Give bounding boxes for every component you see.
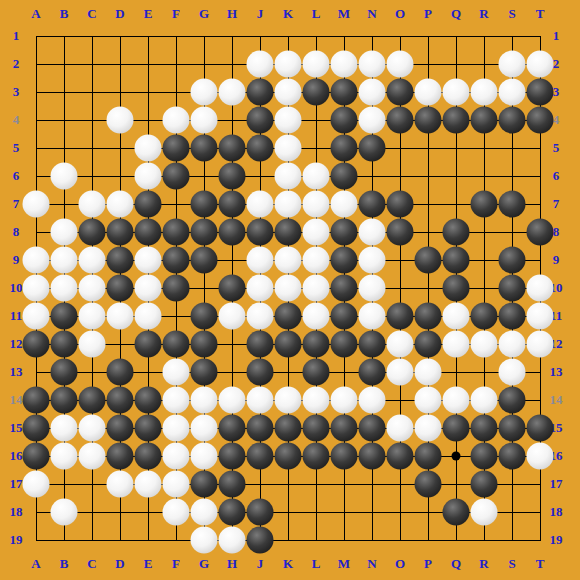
black-stone-J5[interactable] bbox=[247, 135, 274, 162]
empty-point-D18[interactable] bbox=[107, 499, 134, 526]
white-stone-S3[interactable] bbox=[499, 79, 526, 106]
empty-point-E1[interactable] bbox=[135, 23, 162, 50]
black-stone-J15[interactable] bbox=[247, 415, 274, 442]
black-stone-M11[interactable] bbox=[331, 303, 358, 330]
empty-point-M18[interactable] bbox=[331, 499, 358, 526]
empty-point-E19[interactable] bbox=[135, 527, 162, 554]
white-stone-S2[interactable] bbox=[499, 51, 526, 78]
black-stone-N5[interactable] bbox=[359, 135, 386, 162]
black-stone-R15[interactable] bbox=[471, 415, 498, 442]
black-stone-Q4[interactable] bbox=[443, 107, 470, 134]
white-stone-Q12[interactable] bbox=[443, 331, 470, 358]
black-stone-D10[interactable] bbox=[107, 275, 134, 302]
empty-point-N19[interactable] bbox=[359, 527, 386, 554]
black-stone-E15[interactable] bbox=[135, 415, 162, 442]
black-stone-F8[interactable] bbox=[163, 219, 190, 246]
black-stone-F10[interactable] bbox=[163, 275, 190, 302]
black-stone-Q9[interactable] bbox=[443, 247, 470, 274]
black-stone-Q8[interactable] bbox=[443, 219, 470, 246]
empty-point-B1[interactable] bbox=[51, 23, 78, 50]
empty-point-S19[interactable] bbox=[499, 527, 526, 554]
white-stone-P13[interactable] bbox=[415, 359, 442, 386]
empty-point-T13[interactable] bbox=[527, 359, 554, 386]
empty-point-D6[interactable] bbox=[107, 163, 134, 190]
empty-point-F2[interactable] bbox=[163, 51, 190, 78]
empty-point-P18[interactable] bbox=[415, 499, 442, 526]
white-stone-E9[interactable] bbox=[135, 247, 162, 274]
black-stone-E16[interactable] bbox=[135, 443, 162, 470]
white-stone-C10[interactable] bbox=[79, 275, 106, 302]
empty-point-R5[interactable] bbox=[471, 135, 498, 162]
black-stone-J8[interactable] bbox=[247, 219, 274, 246]
empty-point-D3[interactable] bbox=[107, 79, 134, 106]
white-stone-S12[interactable] bbox=[499, 331, 526, 358]
white-stone-E6[interactable] bbox=[135, 163, 162, 190]
black-stone-M6[interactable] bbox=[331, 163, 358, 190]
empty-point-A2[interactable] bbox=[23, 51, 50, 78]
black-stone-H8[interactable] bbox=[219, 219, 246, 246]
black-stone-H6[interactable] bbox=[219, 163, 246, 190]
black-stone-R16[interactable] bbox=[471, 443, 498, 470]
black-stone-T3[interactable] bbox=[527, 79, 554, 106]
black-stone-J4[interactable] bbox=[247, 107, 274, 134]
empty-point-T7[interactable] bbox=[527, 191, 554, 218]
white-stone-R3[interactable] bbox=[471, 79, 498, 106]
empty-point-A19[interactable] bbox=[23, 527, 50, 554]
empty-point-L5[interactable] bbox=[303, 135, 330, 162]
black-stone-B12[interactable] bbox=[51, 331, 78, 358]
white-stone-T11[interactable] bbox=[527, 303, 554, 330]
black-stone-N16[interactable] bbox=[359, 443, 386, 470]
white-stone-A7[interactable] bbox=[23, 191, 50, 218]
black-stone-N13[interactable] bbox=[359, 359, 386, 386]
white-stone-J14[interactable] bbox=[247, 387, 274, 414]
empty-point-O6[interactable] bbox=[387, 163, 414, 190]
empty-point-Q7[interactable] bbox=[443, 191, 470, 218]
empty-point-L17[interactable] bbox=[303, 471, 330, 498]
empty-point-S5[interactable] bbox=[499, 135, 526, 162]
black-stone-S16[interactable] bbox=[499, 443, 526, 470]
white-stone-R14[interactable] bbox=[471, 387, 498, 414]
black-stone-J19[interactable] bbox=[247, 527, 274, 554]
black-stone-H18[interactable] bbox=[219, 499, 246, 526]
black-stone-G7[interactable] bbox=[191, 191, 218, 218]
white-stone-L10[interactable] bbox=[303, 275, 330, 302]
white-stone-G19[interactable] bbox=[191, 527, 218, 554]
white-stone-D4[interactable] bbox=[107, 107, 134, 134]
empty-point-B19[interactable] bbox=[51, 527, 78, 554]
white-stone-C9[interactable] bbox=[79, 247, 106, 274]
black-stone-K15[interactable] bbox=[275, 415, 302, 442]
white-stone-L8[interactable] bbox=[303, 219, 330, 246]
white-stone-A9[interactable] bbox=[23, 247, 50, 274]
black-stone-G8[interactable] bbox=[191, 219, 218, 246]
empty-point-F7[interactable] bbox=[163, 191, 190, 218]
empty-point-C5[interactable] bbox=[79, 135, 106, 162]
white-stone-K2[interactable] bbox=[275, 51, 302, 78]
white-stone-L9[interactable] bbox=[303, 247, 330, 274]
empty-point-H13[interactable] bbox=[219, 359, 246, 386]
white-stone-G3[interactable] bbox=[191, 79, 218, 106]
black-stone-N15[interactable] bbox=[359, 415, 386, 442]
empty-point-E18[interactable] bbox=[135, 499, 162, 526]
black-stone-H17[interactable] bbox=[219, 471, 246, 498]
white-stone-J9[interactable] bbox=[247, 247, 274, 274]
black-stone-P4[interactable] bbox=[415, 107, 442, 134]
empty-point-Q2[interactable] bbox=[443, 51, 470, 78]
white-stone-K5[interactable] bbox=[275, 135, 302, 162]
empty-point-S17[interactable] bbox=[499, 471, 526, 498]
empty-point-F3[interactable] bbox=[163, 79, 190, 106]
empty-point-P1[interactable] bbox=[415, 23, 442, 50]
black-stone-M9[interactable] bbox=[331, 247, 358, 274]
empty-point-P5[interactable] bbox=[415, 135, 442, 162]
black-stone-M12[interactable] bbox=[331, 331, 358, 358]
empty-point-H9[interactable] bbox=[219, 247, 246, 274]
black-stone-K11[interactable] bbox=[275, 303, 302, 330]
black-stone-L3[interactable] bbox=[303, 79, 330, 106]
white-stone-B15[interactable] bbox=[51, 415, 78, 442]
empty-point-P8[interactable] bbox=[415, 219, 442, 246]
empty-point-F11[interactable] bbox=[163, 303, 190, 330]
white-stone-K9[interactable] bbox=[275, 247, 302, 274]
white-stone-R12[interactable] bbox=[471, 331, 498, 358]
black-stone-D9[interactable] bbox=[107, 247, 134, 274]
empty-point-B17[interactable] bbox=[51, 471, 78, 498]
empty-point-J17[interactable] bbox=[247, 471, 274, 498]
black-stone-P17[interactable] bbox=[415, 471, 442, 498]
empty-point-L19[interactable] bbox=[303, 527, 330, 554]
empty-point-E13[interactable] bbox=[135, 359, 162, 386]
empty-point-D12[interactable] bbox=[107, 331, 134, 358]
white-stone-E10[interactable] bbox=[135, 275, 162, 302]
black-stone-G11[interactable] bbox=[191, 303, 218, 330]
empty-point-C19[interactable] bbox=[79, 527, 106, 554]
white-stone-B10[interactable] bbox=[51, 275, 78, 302]
black-stone-N12[interactable] bbox=[359, 331, 386, 358]
empty-point-S18[interactable] bbox=[499, 499, 526, 526]
white-stone-D17[interactable] bbox=[107, 471, 134, 498]
black-stone-K16[interactable] bbox=[275, 443, 302, 470]
empty-point-S1[interactable] bbox=[499, 23, 526, 50]
white-stone-N8[interactable] bbox=[359, 219, 386, 246]
white-stone-O2[interactable] bbox=[387, 51, 414, 78]
white-stone-M2[interactable] bbox=[331, 51, 358, 78]
black-stone-M5[interactable] bbox=[331, 135, 358, 162]
black-stone-E8[interactable] bbox=[135, 219, 162, 246]
black-stone-A14[interactable] bbox=[23, 387, 50, 414]
empty-point-O10[interactable] bbox=[387, 275, 414, 302]
empty-point-H1[interactable] bbox=[219, 23, 246, 50]
black-stone-Q10[interactable] bbox=[443, 275, 470, 302]
black-stone-R7[interactable] bbox=[471, 191, 498, 218]
white-stone-M14[interactable] bbox=[331, 387, 358, 414]
empty-point-O1[interactable] bbox=[387, 23, 414, 50]
empty-point-O5[interactable] bbox=[387, 135, 414, 162]
empty-point-T1[interactable] bbox=[527, 23, 554, 50]
black-stone-H15[interactable] bbox=[219, 415, 246, 442]
white-stone-A10[interactable] bbox=[23, 275, 50, 302]
black-stone-P12[interactable] bbox=[415, 331, 442, 358]
white-stone-A11[interactable] bbox=[23, 303, 50, 330]
empty-point-M17[interactable] bbox=[331, 471, 358, 498]
empty-point-A1[interactable] bbox=[23, 23, 50, 50]
black-stone-M10[interactable] bbox=[331, 275, 358, 302]
black-stone-R11[interactable] bbox=[471, 303, 498, 330]
white-stone-F4[interactable] bbox=[163, 107, 190, 134]
white-stone-F17[interactable] bbox=[163, 471, 190, 498]
black-stone-S11[interactable] bbox=[499, 303, 526, 330]
empty-point-N17[interactable] bbox=[359, 471, 386, 498]
empty-point-K13[interactable] bbox=[275, 359, 302, 386]
white-stone-D7[interactable] bbox=[107, 191, 134, 218]
empty-point-O19[interactable] bbox=[387, 527, 414, 554]
white-stone-E5[interactable] bbox=[135, 135, 162, 162]
white-stone-B6[interactable] bbox=[51, 163, 78, 190]
empty-point-B2[interactable] bbox=[51, 51, 78, 78]
white-stone-J7[interactable] bbox=[247, 191, 274, 218]
black-stone-M8[interactable] bbox=[331, 219, 358, 246]
empty-point-R19[interactable] bbox=[471, 527, 498, 554]
white-stone-L2[interactable] bbox=[303, 51, 330, 78]
white-stone-N10[interactable] bbox=[359, 275, 386, 302]
empty-point-E2[interactable] bbox=[135, 51, 162, 78]
empty-point-T17[interactable] bbox=[527, 471, 554, 498]
empty-point-T19[interactable] bbox=[527, 527, 554, 554]
empty-point-G6[interactable] bbox=[191, 163, 218, 190]
white-stone-T2[interactable] bbox=[527, 51, 554, 78]
empty-point-R8[interactable] bbox=[471, 219, 498, 246]
empty-point-T18[interactable] bbox=[527, 499, 554, 526]
white-stone-C12[interactable] bbox=[79, 331, 106, 358]
black-stone-H16[interactable] bbox=[219, 443, 246, 470]
black-stone-S9[interactable] bbox=[499, 247, 526, 274]
white-stone-E11[interactable] bbox=[135, 303, 162, 330]
white-stone-Q14[interactable] bbox=[443, 387, 470, 414]
black-stone-H10[interactable] bbox=[219, 275, 246, 302]
white-stone-F15[interactable] bbox=[163, 415, 190, 442]
black-stone-K12[interactable] bbox=[275, 331, 302, 358]
white-stone-M7[interactable] bbox=[331, 191, 358, 218]
white-stone-K14[interactable] bbox=[275, 387, 302, 414]
black-stone-H7[interactable] bbox=[219, 191, 246, 218]
white-stone-C11[interactable] bbox=[79, 303, 106, 330]
white-stone-C16[interactable] bbox=[79, 443, 106, 470]
empty-point-R1[interactable] bbox=[471, 23, 498, 50]
empty-point-P2[interactable] bbox=[415, 51, 442, 78]
black-stone-F9[interactable] bbox=[163, 247, 190, 274]
black-stone-S14[interactable] bbox=[499, 387, 526, 414]
empty-point-L1[interactable] bbox=[303, 23, 330, 50]
empty-point-L18[interactable] bbox=[303, 499, 330, 526]
white-stone-Q3[interactable] bbox=[443, 79, 470, 106]
white-stone-J10[interactable] bbox=[247, 275, 274, 302]
empty-point-O17[interactable] bbox=[387, 471, 414, 498]
white-stone-A17[interactable] bbox=[23, 471, 50, 498]
empty-point-K19[interactable] bbox=[275, 527, 302, 554]
empty-point-Q13[interactable] bbox=[443, 359, 470, 386]
empty-point-A18[interactable] bbox=[23, 499, 50, 526]
empty-point-C2[interactable] bbox=[79, 51, 106, 78]
white-stone-C7[interactable] bbox=[79, 191, 106, 218]
empty-point-T6[interactable] bbox=[527, 163, 554, 190]
empty-point-A3[interactable] bbox=[23, 79, 50, 106]
white-stone-F18[interactable] bbox=[163, 499, 190, 526]
empty-point-B7[interactable] bbox=[51, 191, 78, 218]
black-stone-S4[interactable] bbox=[499, 107, 526, 134]
white-stone-J2[interactable] bbox=[247, 51, 274, 78]
empty-point-A8[interactable] bbox=[23, 219, 50, 246]
empty-point-K18[interactable] bbox=[275, 499, 302, 526]
empty-point-C18[interactable] bbox=[79, 499, 106, 526]
empty-point-F19[interactable] bbox=[163, 527, 190, 554]
empty-point-T9[interactable] bbox=[527, 247, 554, 274]
black-stone-B11[interactable] bbox=[51, 303, 78, 330]
white-stone-H19[interactable] bbox=[219, 527, 246, 554]
white-stone-K10[interactable] bbox=[275, 275, 302, 302]
white-stone-O12[interactable] bbox=[387, 331, 414, 358]
empty-point-J6[interactable] bbox=[247, 163, 274, 190]
white-stone-L7[interactable] bbox=[303, 191, 330, 218]
white-stone-N2[interactable] bbox=[359, 51, 386, 78]
empty-point-D19[interactable] bbox=[107, 527, 134, 554]
black-stone-T15[interactable] bbox=[527, 415, 554, 442]
black-stone-M16[interactable] bbox=[331, 443, 358, 470]
black-stone-J12[interactable] bbox=[247, 331, 274, 358]
empty-point-D2[interactable] bbox=[107, 51, 134, 78]
black-stone-G9[interactable] bbox=[191, 247, 218, 274]
empty-point-Q6[interactable] bbox=[443, 163, 470, 190]
white-stone-N11[interactable] bbox=[359, 303, 386, 330]
white-stone-F14[interactable] bbox=[163, 387, 190, 414]
empty-point-G1[interactable] bbox=[191, 23, 218, 50]
black-stone-Q15[interactable] bbox=[443, 415, 470, 442]
empty-point-O14[interactable] bbox=[387, 387, 414, 414]
black-stone-J13[interactable] bbox=[247, 359, 274, 386]
empty-point-Q5[interactable] bbox=[443, 135, 470, 162]
white-stone-T16[interactable] bbox=[527, 443, 554, 470]
black-stone-J18[interactable] bbox=[247, 499, 274, 526]
black-stone-G13[interactable] bbox=[191, 359, 218, 386]
empty-point-A13[interactable] bbox=[23, 359, 50, 386]
black-stone-S10[interactable] bbox=[499, 275, 526, 302]
empty-point-A4[interactable] bbox=[23, 107, 50, 134]
empty-point-A6[interactable] bbox=[23, 163, 50, 190]
black-stone-A16[interactable] bbox=[23, 443, 50, 470]
empty-point-M13[interactable] bbox=[331, 359, 358, 386]
empty-point-P19[interactable] bbox=[415, 527, 442, 554]
black-stone-O7[interactable] bbox=[387, 191, 414, 218]
black-stone-R4[interactable] bbox=[471, 107, 498, 134]
white-stone-L11[interactable] bbox=[303, 303, 330, 330]
black-stone-H5[interactable] bbox=[219, 135, 246, 162]
black-stone-J16[interactable] bbox=[247, 443, 274, 470]
empty-point-Q19[interactable] bbox=[443, 527, 470, 554]
empty-point-D5[interactable] bbox=[107, 135, 134, 162]
black-stone-F6[interactable] bbox=[163, 163, 190, 190]
empty-point-E3[interactable] bbox=[135, 79, 162, 106]
black-stone-Q18[interactable] bbox=[443, 499, 470, 526]
white-stone-E17[interactable] bbox=[135, 471, 162, 498]
white-stone-N9[interactable] bbox=[359, 247, 386, 274]
empty-point-B4[interactable] bbox=[51, 107, 78, 134]
black-stone-D13[interactable] bbox=[107, 359, 134, 386]
empty-point-B3[interactable] bbox=[51, 79, 78, 106]
black-stone-O11[interactable] bbox=[387, 303, 414, 330]
white-stone-O15[interactable] bbox=[387, 415, 414, 442]
black-stone-O4[interactable] bbox=[387, 107, 414, 134]
empty-point-P10[interactable] bbox=[415, 275, 442, 302]
black-stone-B14[interactable] bbox=[51, 387, 78, 414]
black-stone-A12[interactable] bbox=[23, 331, 50, 358]
white-stone-C15[interactable] bbox=[79, 415, 106, 442]
empty-point-N6[interactable] bbox=[359, 163, 386, 190]
empty-point-R13[interactable] bbox=[471, 359, 498, 386]
white-stone-G14[interactable] bbox=[191, 387, 218, 414]
white-stone-K6[interactable] bbox=[275, 163, 302, 190]
black-stone-B13[interactable] bbox=[51, 359, 78, 386]
black-stone-F5[interactable] bbox=[163, 135, 190, 162]
white-stone-J11[interactable] bbox=[247, 303, 274, 330]
white-stone-H3[interactable] bbox=[219, 79, 246, 106]
black-stone-C8[interactable] bbox=[79, 219, 106, 246]
black-stone-O16[interactable] bbox=[387, 443, 414, 470]
go-board[interactable]: AABBCCDDEEFFGGHHJJKKLLMMNNOOPPQQRRSSTT11… bbox=[0, 0, 580, 580]
white-stone-T12[interactable] bbox=[527, 331, 554, 358]
black-stone-D8[interactable] bbox=[107, 219, 134, 246]
white-stone-L6[interactable] bbox=[303, 163, 330, 190]
white-stone-N3[interactable] bbox=[359, 79, 386, 106]
empty-point-N18[interactable] bbox=[359, 499, 386, 526]
white-stone-B9[interactable] bbox=[51, 247, 78, 274]
black-stone-L13[interactable] bbox=[303, 359, 330, 386]
white-stone-S13[interactable] bbox=[499, 359, 526, 386]
empty-point-P6[interactable] bbox=[415, 163, 442, 190]
black-stone-P16[interactable] bbox=[415, 443, 442, 470]
white-stone-Q11[interactable] bbox=[443, 303, 470, 330]
black-stone-K8[interactable] bbox=[275, 219, 302, 246]
black-stone-D15[interactable] bbox=[107, 415, 134, 442]
black-stone-D16[interactable] bbox=[107, 443, 134, 470]
empty-point-C3[interactable] bbox=[79, 79, 106, 106]
empty-point-H4[interactable] bbox=[219, 107, 246, 134]
empty-point-T14[interactable] bbox=[527, 387, 554, 414]
empty-point-C4[interactable] bbox=[79, 107, 106, 134]
empty-point-Q17[interactable] bbox=[443, 471, 470, 498]
white-stone-F13[interactable] bbox=[163, 359, 190, 386]
black-stone-E7[interactable] bbox=[135, 191, 162, 218]
empty-point-C17[interactable] bbox=[79, 471, 106, 498]
black-stone-E14[interactable] bbox=[135, 387, 162, 414]
white-stone-D11[interactable] bbox=[107, 303, 134, 330]
white-stone-B16[interactable] bbox=[51, 443, 78, 470]
empty-point-C6[interactable] bbox=[79, 163, 106, 190]
black-stone-S7[interactable] bbox=[499, 191, 526, 218]
empty-point-P7[interactable] bbox=[415, 191, 442, 218]
black-stone-R17[interactable] bbox=[471, 471, 498, 498]
white-stone-P3[interactable] bbox=[415, 79, 442, 106]
black-stone-M4[interactable] bbox=[331, 107, 358, 134]
black-stone-M15[interactable] bbox=[331, 415, 358, 442]
white-stone-P14[interactable] bbox=[415, 387, 442, 414]
black-stone-D14[interactable] bbox=[107, 387, 134, 414]
white-stone-N14[interactable] bbox=[359, 387, 386, 414]
white-stone-K4[interactable] bbox=[275, 107, 302, 134]
black-stone-M3[interactable] bbox=[331, 79, 358, 106]
white-stone-T10[interactable] bbox=[527, 275, 554, 302]
empty-point-R10[interactable] bbox=[471, 275, 498, 302]
empty-point-M1[interactable] bbox=[331, 23, 358, 50]
